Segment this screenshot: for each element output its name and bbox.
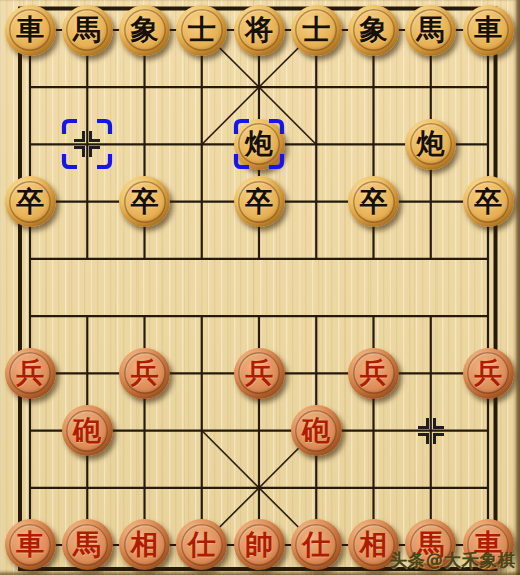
piece-face: 士: [181, 9, 223, 51]
piece-face: 象: [353, 9, 395, 51]
piece-black-soldier-e7[interactable]: 卒: [234, 176, 285, 227]
piece-red-elephant-g1[interactable]: 相: [348, 519, 399, 570]
piece-face: 相: [124, 524, 166, 566]
piece-character: 相: [124, 524, 166, 566]
piece-face: 馬: [66, 524, 108, 566]
piece-black-cannon-e8[interactable]: 炮: [234, 119, 285, 170]
piece-character: 仕: [295, 524, 337, 566]
piece-face: 将: [238, 9, 280, 51]
piece-face: 馬: [410, 9, 452, 51]
piece-face: 仕: [181, 524, 223, 566]
piece-character: 士: [295, 9, 337, 51]
piece-red-cannon-b3[interactable]: 砲: [62, 405, 113, 456]
piece-face: 砲: [66, 410, 108, 452]
piece-character: 砲: [295, 410, 337, 452]
piece-face: 相: [353, 524, 395, 566]
xiangqi-board[interactable]: 車馬象士将士象馬車炮炮卒卒卒卒卒兵兵兵兵兵砲砲車馬相仕帥仕相馬車 头条@大禾象棋: [0, 0, 520, 575]
piece-face: 仕: [295, 524, 337, 566]
piece-red-cannon-f3[interactable]: 砲: [291, 405, 342, 456]
piece-face: 車: [9, 524, 51, 566]
piece-character: 馬: [410, 9, 452, 51]
piece-character: 車: [467, 9, 509, 51]
piece-red-soldier-g4[interactable]: 兵: [348, 348, 399, 399]
piece-face: 車: [9, 9, 51, 51]
piece-character: 帥: [238, 524, 280, 566]
piece-character: 炮: [238, 123, 280, 165]
piece-character: 象: [353, 9, 395, 51]
piece-black-advisor-d10[interactable]: 士: [176, 5, 227, 56]
piece-face: 士: [295, 9, 337, 51]
piece-character: 車: [467, 524, 509, 566]
piece-red-advisor-f1[interactable]: 仕: [291, 519, 342, 570]
piece-red-advisor-d1[interactable]: 仕: [176, 519, 227, 570]
piece-face: 卒: [467, 181, 509, 223]
piece-face: 卒: [124, 181, 166, 223]
piece-face: 卒: [9, 181, 51, 223]
piece-face: 車: [467, 524, 509, 566]
piece-black-horse-b10[interactable]: 馬: [62, 5, 113, 56]
piece-red-soldier-c4[interactable]: 兵: [119, 348, 170, 399]
piece-black-elephant-c10[interactable]: 象: [119, 5, 170, 56]
piece-character: 卒: [467, 181, 509, 223]
piece-face: 炮: [410, 123, 452, 165]
piece-face: 兵: [9, 352, 51, 394]
piece-red-chariot-i1[interactable]: 車: [463, 519, 514, 570]
piece-black-general-e10[interactable]: 将: [234, 5, 285, 56]
piece-face: 馬: [66, 9, 108, 51]
piece-face: 兵: [353, 352, 395, 394]
piece-black-soldier-a7[interactable]: 卒: [5, 176, 56, 227]
piece-face: 卒: [353, 181, 395, 223]
piece-red-soldier-a4[interactable]: 兵: [5, 348, 56, 399]
piece-red-chariot-a1[interactable]: 車: [5, 519, 56, 570]
piece-character: 仕: [181, 524, 223, 566]
piece-face: 兵: [238, 352, 280, 394]
piece-character: 馬: [410, 524, 452, 566]
piece-character: 車: [9, 9, 51, 51]
piece-character: 兵: [9, 352, 51, 394]
piece-black-elephant-g10[interactable]: 象: [348, 5, 399, 56]
piece-face: 帥: [238, 524, 280, 566]
piece-red-soldier-e4[interactable]: 兵: [234, 348, 285, 399]
piece-character: 卒: [353, 181, 395, 223]
piece-character: 士: [181, 9, 223, 51]
piece-red-horse-b1[interactable]: 馬: [62, 519, 113, 570]
piece-character: 砲: [66, 410, 108, 452]
piece-character: 卒: [124, 181, 166, 223]
piece-layer: 車馬象士将士象馬車炮炮卒卒卒卒卒兵兵兵兵兵砲砲車馬相仕帥仕相馬車: [0, 0, 520, 575]
piece-black-cannon-h8[interactable]: 炮: [405, 119, 456, 170]
piece-black-chariot-i10[interactable]: 車: [463, 5, 514, 56]
piece-red-elephant-c1[interactable]: 相: [119, 519, 170, 570]
piece-face: 兵: [124, 352, 166, 394]
piece-black-chariot-a10[interactable]: 車: [5, 5, 56, 56]
piece-character: 車: [9, 524, 51, 566]
piece-character: 兵: [238, 352, 280, 394]
piece-red-horse-h1[interactable]: 馬: [405, 519, 456, 570]
piece-black-horse-h10[interactable]: 馬: [405, 5, 456, 56]
piece-character: 卒: [238, 181, 280, 223]
piece-character: 兵: [467, 352, 509, 394]
piece-character: 馬: [66, 524, 108, 566]
piece-character: 兵: [353, 352, 395, 394]
piece-black-advisor-f10[interactable]: 士: [291, 5, 342, 56]
piece-character: 卒: [9, 181, 51, 223]
piece-face: 車: [467, 9, 509, 51]
piece-face: 兵: [467, 352, 509, 394]
piece-black-soldier-i7[interactable]: 卒: [463, 176, 514, 227]
piece-character: 馬: [66, 9, 108, 51]
piece-face: 馬: [410, 524, 452, 566]
piece-red-general-e1[interactable]: 帥: [234, 519, 285, 570]
piece-red-soldier-i4[interactable]: 兵: [463, 348, 514, 399]
piece-character: 象: [124, 9, 166, 51]
piece-black-soldier-c7[interactable]: 卒: [119, 176, 170, 227]
piece-black-soldier-g7[interactable]: 卒: [348, 176, 399, 227]
piece-face: 砲: [295, 410, 337, 452]
piece-face: 卒: [238, 181, 280, 223]
piece-character: 将: [238, 9, 280, 51]
piece-character: 相: [353, 524, 395, 566]
piece-character: 兵: [124, 352, 166, 394]
piece-face: 炮: [238, 123, 280, 165]
piece-face: 象: [124, 9, 166, 51]
piece-character: 炮: [410, 123, 452, 165]
